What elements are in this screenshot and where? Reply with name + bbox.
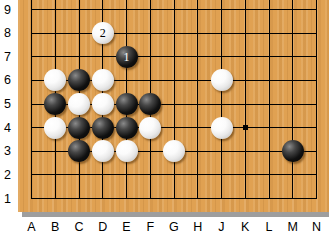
intersection-D8[interactable]: 2 xyxy=(91,21,115,45)
white-stone-B6[interactable] xyxy=(44,69,66,91)
grid-line-h xyxy=(31,80,43,81)
intersection-L1[interactable] xyxy=(257,187,281,211)
grid-line-h xyxy=(138,56,162,57)
intersection-H1[interactable] xyxy=(186,187,210,211)
intersection-J6[interactable] xyxy=(210,69,234,93)
grid-line-h xyxy=(186,151,210,152)
intersection-K4[interactable] xyxy=(233,116,257,140)
grid-line-h xyxy=(210,9,234,10)
intersection-J5[interactable] xyxy=(210,92,234,116)
intersection-D5[interactable] xyxy=(91,92,115,116)
grid-line-h xyxy=(91,56,115,57)
grid-line-h xyxy=(162,127,186,128)
grid-line-h xyxy=(210,104,234,105)
grid-line-h xyxy=(138,151,162,152)
grid-line-h xyxy=(257,33,281,34)
intersection-K7[interactable] xyxy=(233,45,257,69)
grid-line-h xyxy=(162,80,186,81)
column-label-G: G xyxy=(165,220,183,234)
column-label-M: M xyxy=(284,220,302,234)
grid-line-h xyxy=(281,127,305,128)
column-label-H: H xyxy=(189,220,207,234)
intersection-C5[interactable] xyxy=(67,92,91,116)
intersection-E6[interactable] xyxy=(115,69,139,93)
intersection-C3[interactable] xyxy=(67,139,91,163)
grid-line-h xyxy=(162,104,186,105)
intersection-N7[interactable] xyxy=(305,45,329,69)
grid-line-h xyxy=(91,9,115,10)
grid-line-h xyxy=(162,56,186,57)
intersection-G6[interactable] xyxy=(162,69,186,93)
grid-line-h xyxy=(281,56,305,57)
grid-line-h xyxy=(138,174,162,175)
grid-line-h xyxy=(305,174,317,175)
intersection-K2[interactable] xyxy=(233,163,257,187)
grid-line-h xyxy=(186,9,210,10)
grid-line-h xyxy=(210,198,234,199)
row-label-5: 5 xyxy=(0,95,15,113)
intersection-H4[interactable] xyxy=(186,116,210,140)
intersection-H7[interactable] xyxy=(186,45,210,69)
intersection-F4[interactable] xyxy=(138,116,162,140)
row-label-9: 9 xyxy=(0,1,15,19)
white-stone-D8[interactable]: 2 xyxy=(92,22,114,44)
grid-line-h xyxy=(43,33,67,34)
intersection-A9[interactable] xyxy=(20,0,44,21)
intersection-E4[interactable] xyxy=(115,116,139,140)
grid-line-v xyxy=(221,0,222,21)
grid-line-h xyxy=(257,9,281,10)
intersection-G5[interactable] xyxy=(162,92,186,116)
grid-line-h xyxy=(162,33,186,34)
grid-line-v xyxy=(126,0,127,21)
intersection-D2[interactable] xyxy=(91,163,115,187)
row-label-7: 7 xyxy=(0,48,15,66)
intersection-A5[interactable] xyxy=(20,92,44,116)
grid-line-h xyxy=(67,174,91,175)
intersection-J1[interactable] xyxy=(210,187,234,211)
white-stone-C5[interactable] xyxy=(68,93,90,115)
grid-line-h xyxy=(186,33,210,34)
grid-line-v xyxy=(316,0,317,21)
intersection-F1[interactable] xyxy=(138,187,162,211)
intersection-A4[interactable] xyxy=(20,116,44,140)
grid-line-h xyxy=(31,33,43,34)
intersection-C8[interactable] xyxy=(67,21,91,45)
white-stone-J4[interactable] xyxy=(211,117,233,139)
intersection-H2[interactable] xyxy=(186,163,210,187)
black-stone-E5[interactable] xyxy=(116,93,138,115)
intersection-K6[interactable] xyxy=(233,69,257,93)
intersection-D3[interactable] xyxy=(91,139,115,163)
intersection-E7[interactable]: 1 xyxy=(115,45,139,69)
grid-line-v xyxy=(292,0,293,21)
grid-line-v xyxy=(55,0,56,21)
intersection-G7[interactable] xyxy=(162,45,186,69)
row-label-3: 3 xyxy=(0,142,15,160)
intersection-H3[interactable] xyxy=(186,139,210,163)
grid-line-h xyxy=(31,9,43,10)
intersection-C6[interactable] xyxy=(67,69,91,93)
grid-line-h xyxy=(115,33,139,34)
grid-line-h xyxy=(233,80,257,81)
intersection-K3[interactable] xyxy=(233,139,257,163)
grid-line-h xyxy=(31,104,43,105)
intersection-J8[interactable] xyxy=(210,21,234,45)
column-label-L: L xyxy=(260,220,278,234)
intersection-H9[interactable] xyxy=(186,0,210,21)
grid-line-h xyxy=(281,80,305,81)
intersection-K5[interactable] xyxy=(233,92,257,116)
black-stone-E7[interactable]: 1 xyxy=(116,46,138,68)
grid-line-h xyxy=(210,151,234,152)
grid-line-v xyxy=(197,0,198,21)
column-label-J: J xyxy=(212,220,230,234)
grid-line-h xyxy=(67,9,91,10)
grid-line-h xyxy=(138,9,162,10)
intersection-B3[interactable] xyxy=(43,139,67,163)
row-label-2: 2 xyxy=(0,166,15,184)
grid-line-h xyxy=(162,174,186,175)
intersection-A6[interactable] xyxy=(20,69,44,93)
intersection-M3[interactable] xyxy=(281,139,305,163)
intersection-E2[interactable] xyxy=(115,163,139,187)
column-label-K: K xyxy=(236,220,254,234)
black-stone-B5[interactable] xyxy=(44,93,66,115)
intersection-G4[interactable] xyxy=(162,116,186,140)
black-stone-E4[interactable] xyxy=(116,117,138,139)
intersection-C4[interactable] xyxy=(67,116,91,140)
intersection-H6[interactable] xyxy=(186,69,210,93)
go-board-diagram: 21 987654321ABCDEFGHJKLMN xyxy=(0,0,329,236)
intersection-N6[interactable] xyxy=(305,69,329,93)
intersection-G9[interactable] xyxy=(162,0,186,21)
column-label-B: B xyxy=(46,220,64,234)
intersection-F6[interactable] xyxy=(138,69,162,93)
grid-line-h xyxy=(233,33,257,34)
grid-line-h xyxy=(305,127,317,128)
grid-line-h xyxy=(91,174,115,175)
intersection-F9[interactable] xyxy=(138,0,162,21)
grid-line-h xyxy=(233,9,257,10)
grid-line-h xyxy=(162,198,186,199)
grid-line-h xyxy=(43,56,67,57)
grid-line-h xyxy=(257,104,281,105)
white-stone-D3[interactable] xyxy=(92,140,114,162)
grid-line-h xyxy=(186,56,210,57)
intersection-B6[interactable] xyxy=(43,69,67,93)
white-stone-D6[interactable] xyxy=(92,69,114,91)
grid-line-v xyxy=(245,0,246,21)
grid-line-h xyxy=(43,198,67,199)
grid-line-h xyxy=(257,151,281,152)
intersection-B7[interactable] xyxy=(43,45,67,69)
grid-line-h xyxy=(210,33,234,34)
intersection-C2[interactable] xyxy=(67,163,91,187)
intersection-J4[interactable] xyxy=(210,116,234,140)
intersection-D9[interactable] xyxy=(91,0,115,21)
grid-line-h xyxy=(162,9,186,10)
intersection-N2[interactable] xyxy=(305,163,329,187)
grid-line-h xyxy=(233,174,257,175)
grid-line-h xyxy=(31,198,43,199)
row-label-6: 6 xyxy=(0,71,15,89)
intersection-D7[interactable] xyxy=(91,45,115,69)
intersection-D6[interactable] xyxy=(91,69,115,93)
grid-line-h xyxy=(233,104,257,105)
intersection-L6[interactable] xyxy=(257,69,281,93)
intersection-E1[interactable] xyxy=(115,187,139,211)
intersection-D4[interactable] xyxy=(91,116,115,140)
intersection-N8[interactable] xyxy=(305,21,329,45)
intersection-K8[interactable] xyxy=(233,21,257,45)
grid-line-h xyxy=(138,80,162,81)
grid-line-h xyxy=(91,198,115,199)
grid-line-v xyxy=(31,0,32,21)
intersection-E5[interactable] xyxy=(115,92,139,116)
intersection-C9[interactable] xyxy=(67,0,91,21)
column-label-F: F xyxy=(141,220,159,234)
grid-line-h xyxy=(31,151,43,152)
intersection-B8[interactable] xyxy=(43,21,67,45)
intersection-C7[interactable] xyxy=(67,45,91,69)
move-number-label: 1 xyxy=(124,50,130,62)
grid-line-h xyxy=(233,198,257,199)
intersection-H8[interactable] xyxy=(186,21,210,45)
grid-line-v xyxy=(269,0,270,21)
grid-line-h xyxy=(210,56,234,57)
grid-line-h xyxy=(115,198,139,199)
grid-line-h xyxy=(43,174,67,175)
intersection-F3[interactable] xyxy=(138,139,162,163)
intersection-N1[interactable] xyxy=(305,187,329,211)
intersection-G2[interactable] xyxy=(162,163,186,187)
intersection-N4[interactable] xyxy=(305,116,329,140)
intersection-K9[interactable] xyxy=(233,0,257,21)
white-stone-E3[interactable] xyxy=(116,140,138,162)
grid-line-h xyxy=(281,174,305,175)
grid-line-v xyxy=(102,0,103,21)
intersection-J3[interactable] xyxy=(210,139,234,163)
intersection-A7[interactable] xyxy=(20,45,44,69)
grid-line-h xyxy=(257,174,281,175)
grid-line-h xyxy=(305,80,317,81)
grid-line-h xyxy=(233,151,257,152)
grid-line-h xyxy=(43,9,67,10)
grid-line-h xyxy=(115,9,139,10)
grid-line-h xyxy=(31,174,43,175)
white-stone-D5[interactable] xyxy=(92,93,114,115)
grid-line-h xyxy=(305,9,317,10)
star-point-K4 xyxy=(243,125,248,130)
black-stone-M3[interactable] xyxy=(282,140,304,162)
black-stone-D4[interactable] xyxy=(92,117,114,139)
intersection-M2[interactable] xyxy=(281,163,305,187)
grid-line-h xyxy=(186,80,210,81)
black-stone-F5[interactable] xyxy=(139,93,161,115)
grid-line-h xyxy=(115,174,139,175)
intersection-N9[interactable] xyxy=(305,0,329,21)
intersection-M9[interactable] xyxy=(281,0,305,21)
intersection-B9[interactable] xyxy=(43,0,67,21)
intersection-F8[interactable] xyxy=(138,21,162,45)
intersection-B1[interactable] xyxy=(43,187,67,211)
intersection-M1[interactable] xyxy=(281,187,305,211)
grid-line-h xyxy=(138,33,162,34)
grid-line-h xyxy=(305,56,317,57)
grid-line-h xyxy=(138,198,162,199)
intersection-D1[interactable] xyxy=(91,187,115,211)
intersection-L7[interactable] xyxy=(257,45,281,69)
row-label-8: 8 xyxy=(0,24,15,42)
grid-line-v xyxy=(150,0,151,21)
grid-line-h xyxy=(186,127,210,128)
intersection-J9[interactable] xyxy=(210,0,234,21)
intersection-B2[interactable] xyxy=(43,163,67,187)
intersection-N3[interactable] xyxy=(305,139,329,163)
intersection-E3[interactable] xyxy=(115,139,139,163)
white-stone-B4[interactable] xyxy=(44,117,66,139)
grid-line-h xyxy=(186,104,210,105)
intersection-A2[interactable] xyxy=(20,163,44,187)
grid-line-h xyxy=(305,151,317,152)
intersection-E9[interactable] xyxy=(115,0,139,21)
intersection-F5[interactable] xyxy=(138,92,162,116)
grid-line-h xyxy=(67,198,91,199)
column-label-E: E xyxy=(117,220,135,234)
grid-line-h xyxy=(257,56,281,57)
grid-line-h xyxy=(67,56,91,57)
intersection-C1[interactable] xyxy=(67,187,91,211)
move-number-label: 2 xyxy=(100,27,106,39)
intersection-A3[interactable] xyxy=(20,139,44,163)
intersection-F7[interactable] xyxy=(138,45,162,69)
row-label-1: 1 xyxy=(0,190,15,208)
intersection-G8[interactable] xyxy=(162,21,186,45)
intersection-B5[interactable] xyxy=(43,92,67,116)
intersection-M5[interactable] xyxy=(281,92,305,116)
column-label-C: C xyxy=(70,220,88,234)
intersection-H5[interactable] xyxy=(186,92,210,116)
grid-line-h xyxy=(115,80,139,81)
board-shadow xyxy=(22,212,329,218)
grid-line-h xyxy=(186,198,210,199)
grid-line-h xyxy=(305,33,317,34)
intersection-L9[interactable] xyxy=(257,0,281,21)
grid-line-h xyxy=(281,198,305,199)
black-stone-C6[interactable] xyxy=(68,69,90,91)
intersection-J7[interactable] xyxy=(210,45,234,69)
intersection-E8[interactable] xyxy=(115,21,139,45)
grid-line-h xyxy=(281,33,305,34)
intersection-M4[interactable] xyxy=(281,116,305,140)
grid-line-h xyxy=(257,198,281,199)
board-grid: 21 xyxy=(20,0,329,210)
black-stone-C3[interactable] xyxy=(68,140,90,162)
intersection-L5[interactable] xyxy=(257,92,281,116)
intersection-G1[interactable] xyxy=(162,187,186,211)
black-stone-C4[interactable] xyxy=(68,117,90,139)
intersection-M7[interactable] xyxy=(281,45,305,69)
grid-line-h xyxy=(31,56,43,57)
intersection-N5[interactable] xyxy=(305,92,329,116)
intersection-A8[interactable] xyxy=(20,21,44,45)
intersection-M8[interactable] xyxy=(281,21,305,45)
grid-line-h xyxy=(257,80,281,81)
grid-line-h xyxy=(210,174,234,175)
intersection-L4[interactable] xyxy=(257,116,281,140)
grid-line-h xyxy=(305,104,317,105)
intersection-G3[interactable] xyxy=(162,139,186,163)
white-stone-J6[interactable] xyxy=(211,69,233,91)
grid-line-h xyxy=(281,104,305,105)
grid-line-v xyxy=(174,0,175,21)
grid-line-h xyxy=(67,33,91,34)
intersection-J2[interactable] xyxy=(210,163,234,187)
grid-line-h xyxy=(31,127,43,128)
grid-line-h xyxy=(305,198,317,199)
grid-line-h xyxy=(186,174,210,175)
intersection-L8[interactable] xyxy=(257,21,281,45)
intersection-M6[interactable] xyxy=(281,69,305,93)
white-stone-F4[interactable] xyxy=(139,117,161,139)
white-stone-G3[interactable] xyxy=(163,140,185,162)
grid-line-v xyxy=(79,0,80,21)
grid-line-h xyxy=(233,56,257,57)
column-label-D: D xyxy=(94,220,112,234)
column-label-A: A xyxy=(22,220,40,234)
grid-line-h xyxy=(257,127,281,128)
intersection-B4[interactable] xyxy=(43,116,67,140)
intersection-L3[interactable] xyxy=(257,139,281,163)
grid-line-h xyxy=(281,9,305,10)
grid-line-h xyxy=(43,151,67,152)
intersection-F2[interactable] xyxy=(138,163,162,187)
column-label-N: N xyxy=(307,220,325,234)
intersection-K1[interactable] xyxy=(233,187,257,211)
row-label-4: 4 xyxy=(0,119,15,137)
intersection-L2[interactable] xyxy=(257,163,281,187)
intersection-A1[interactable] xyxy=(20,187,44,211)
